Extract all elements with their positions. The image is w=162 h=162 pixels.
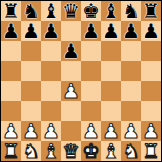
- square-g1[interactable]: ♞: [121, 141, 141, 161]
- square-d4[interactable]: ♟: [61, 81, 81, 101]
- piece-white-pawn[interactable]: ♟: [22, 121, 40, 141]
- square-h8[interactable]: ♜: [141, 1, 161, 21]
- square-e1[interactable]: ♚: [81, 141, 101, 161]
- square-g5[interactable]: [121, 61, 141, 81]
- piece-black-pawn[interactable]: ♟: [142, 21, 160, 41]
- square-e2[interactable]: ♟: [81, 121, 101, 141]
- square-e8[interactable]: ♚: [81, 1, 101, 21]
- piece-white-knight[interactable]: ♞: [122, 141, 140, 161]
- square-g6[interactable]: [121, 41, 141, 61]
- square-c1[interactable]: ♝: [41, 141, 61, 161]
- square-a4[interactable]: [1, 81, 21, 101]
- square-d3[interactable]: [61, 101, 81, 121]
- piece-black-pawn[interactable]: ♟: [2, 21, 20, 41]
- piece-black-queen[interactable]: ♛: [62, 1, 80, 21]
- square-b5[interactable]: [21, 61, 41, 81]
- square-c6[interactable]: [41, 41, 61, 61]
- square-b7[interactable]: ♟: [21, 21, 41, 41]
- square-g2[interactable]: ♟: [121, 121, 141, 141]
- square-a7[interactable]: ♟: [1, 21, 21, 41]
- piece-black-king[interactable]: ♚: [82, 1, 100, 21]
- square-b8[interactable]: ♞: [21, 1, 41, 21]
- square-f8[interactable]: ♝: [101, 1, 121, 21]
- square-a5[interactable]: [1, 61, 21, 81]
- square-b6[interactable]: [21, 41, 41, 61]
- piece-white-bishop[interactable]: ♝: [42, 141, 60, 161]
- piece-white-pawn[interactable]: ♟: [42, 121, 60, 141]
- piece-black-pawn[interactable]: ♟: [82, 21, 100, 41]
- piece-black-rook[interactable]: ♜: [2, 1, 20, 21]
- square-d2[interactable]: [61, 121, 81, 141]
- square-f6[interactable]: [101, 41, 121, 61]
- square-c5[interactable]: [41, 61, 61, 81]
- piece-black-pawn[interactable]: ♟: [62, 41, 80, 61]
- square-h7[interactable]: ♟: [141, 21, 161, 41]
- square-d5[interactable]: [61, 61, 81, 81]
- square-f5[interactable]: [101, 61, 121, 81]
- square-f3[interactable]: [101, 101, 121, 121]
- square-a6[interactable]: [1, 41, 21, 61]
- piece-white-pawn[interactable]: ♟: [122, 121, 140, 141]
- square-e6[interactable]: [81, 41, 101, 61]
- square-c4[interactable]: [41, 81, 61, 101]
- piece-white-pawn[interactable]: ♟: [102, 121, 120, 141]
- square-e5[interactable]: [81, 61, 101, 81]
- square-e7[interactable]: ♟: [81, 21, 101, 41]
- square-h2[interactable]: ♟: [141, 121, 161, 141]
- square-f4[interactable]: [101, 81, 121, 101]
- square-a1[interactable]: ♜: [1, 141, 21, 161]
- square-a8[interactable]: ♜: [1, 1, 21, 21]
- square-d6[interactable]: ♟: [61, 41, 81, 61]
- piece-black-bishop[interactable]: ♝: [102, 1, 120, 21]
- piece-black-rook[interactable]: ♜: [142, 1, 160, 21]
- piece-black-knight[interactable]: ♞: [122, 1, 140, 21]
- square-d1[interactable]: ♛: [61, 141, 81, 161]
- square-c8[interactable]: ♝: [41, 1, 61, 21]
- piece-white-pawn[interactable]: ♟: [82, 121, 100, 141]
- square-a2[interactable]: ♟: [1, 121, 21, 141]
- square-b3[interactable]: [21, 101, 41, 121]
- square-g4[interactable]: [121, 81, 141, 101]
- square-c7[interactable]: ♟: [41, 21, 61, 41]
- piece-black-bishop[interactable]: ♝: [42, 1, 60, 21]
- square-h1[interactable]: ♜: [141, 141, 161, 161]
- square-h3[interactable]: [141, 101, 161, 121]
- square-g8[interactable]: ♞: [121, 1, 141, 21]
- square-c2[interactable]: ♟: [41, 121, 61, 141]
- piece-white-queen[interactable]: ♛: [62, 141, 80, 161]
- piece-black-pawn[interactable]: ♟: [42, 21, 60, 41]
- square-e3[interactable]: [81, 101, 101, 121]
- piece-white-rook[interactable]: ♜: [2, 141, 20, 161]
- square-f2[interactable]: ♟: [101, 121, 121, 141]
- square-d8[interactable]: ♛: [61, 1, 81, 21]
- piece-white-rook[interactable]: ♜: [142, 141, 160, 161]
- square-c3[interactable]: [41, 101, 61, 121]
- piece-black-pawn[interactable]: ♟: [122, 21, 140, 41]
- piece-white-pawn[interactable]: ♟: [142, 121, 160, 141]
- piece-white-king[interactable]: ♚: [82, 141, 100, 161]
- square-g3[interactable]: [121, 101, 141, 121]
- square-f7[interactable]: ♟: [101, 21, 121, 41]
- piece-white-knight[interactable]: ♞: [22, 141, 40, 161]
- piece-black-pawn[interactable]: ♟: [22, 21, 40, 41]
- square-g7[interactable]: ♟: [121, 21, 141, 41]
- piece-black-knight[interactable]: ♞: [22, 1, 40, 21]
- square-h4[interactable]: [141, 81, 161, 101]
- piece-white-bishop[interactable]: ♝: [102, 141, 120, 161]
- chess-board: ♜♞♝♛♚♝♞♜♟♟♟♟♟♟♟♟♟♟♟♟♟♟♟♟♜♞♝♛♚♝♞♜: [0, 0, 162, 162]
- square-h6[interactable]: [141, 41, 161, 61]
- square-h5[interactable]: [141, 61, 161, 81]
- square-f1[interactable]: ♝: [101, 141, 121, 161]
- piece-white-pawn[interactable]: ♟: [2, 121, 20, 141]
- square-b1[interactable]: ♞: [21, 141, 41, 161]
- piece-black-pawn[interactable]: ♟: [102, 21, 120, 41]
- square-b4[interactable]: [21, 81, 41, 101]
- square-a3[interactable]: [1, 101, 21, 121]
- square-e4[interactable]: [81, 81, 101, 101]
- square-d7[interactable]: [61, 21, 81, 41]
- square-b2[interactable]: ♟: [21, 121, 41, 141]
- piece-white-pawn[interactable]: ♟: [62, 81, 80, 101]
